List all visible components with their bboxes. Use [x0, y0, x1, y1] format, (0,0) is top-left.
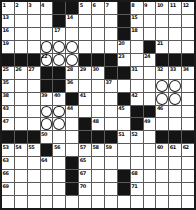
clue-number: 36 [67, 79, 73, 85]
cell-r7c3[interactable] [28, 80, 40, 92]
cell-r10c12[interactable]: 49 [144, 118, 156, 130]
cell-r2c7[interactable] [79, 15, 91, 27]
clue-number: 41 [80, 92, 86, 98]
cell-r4c7[interactable] [79, 41, 91, 53]
cell-r9c8[interactable] [92, 106, 104, 118]
cell-r14c12[interactable] [144, 170, 156, 182]
block-cell-r11c13 [156, 131, 168, 143]
cell-r10c10[interactable] [118, 118, 130, 130]
cell-r16c5[interactable] [53, 196, 65, 208]
cell-r2c12[interactable] [144, 15, 156, 27]
clue-number: 54 [15, 144, 21, 150]
cell-r8c7[interactable]: 41 [79, 93, 91, 105]
clue-number: 58 [93, 144, 99, 150]
cell-r3c15[interactable] [182, 28, 194, 40]
block-cell-r2c5 [53, 15, 65, 27]
block-cell-r10c7 [79, 118, 91, 130]
clue-number: 16 [3, 27, 9, 33]
clue-number: 20 [118, 40, 124, 46]
clue-number: 8 [131, 2, 134, 8]
cell-r15c3[interactable] [28, 183, 40, 195]
cell-r15c12[interactable] [144, 183, 156, 195]
cell-r7c2[interactable] [15, 80, 27, 92]
cell-r5c5[interactable] [53, 54, 65, 66]
cell-r6c8[interactable]: 30 [92, 67, 104, 79]
circle-marker [169, 93, 181, 105]
cell-r8c15[interactable] [182, 93, 194, 105]
cell-r4c15[interactable] [182, 41, 194, 53]
cell-r10c8[interactable]: 48 [92, 118, 104, 130]
clue-number: 32 [157, 66, 163, 72]
block-cell-r5c1 [2, 54, 14, 66]
cell-r2c13[interactable] [156, 15, 168, 27]
cell-r11c4[interactable]: 50 [41, 131, 53, 143]
clue-number: 70 [80, 183, 86, 189]
cell-r8c8[interactable] [92, 93, 104, 105]
cell-r15c13[interactable] [156, 183, 168, 195]
cell-r15c2[interactable] [15, 183, 27, 195]
clue-number: 46 [157, 105, 163, 111]
block-cell-r2c10 [118, 15, 130, 27]
cell-r14c2[interactable] [15, 170, 27, 182]
cell-r6c6[interactable]: 28 [66, 67, 78, 79]
block-cell-r6c10 [118, 67, 130, 79]
cell-r4c6[interactable] [66, 41, 78, 53]
cell-r3c14[interactable] [169, 28, 181, 40]
crossword-puzzle: 1234567891011121314151617181920212223242… [0, 0, 196, 210]
cell-r7c8[interactable] [92, 80, 104, 92]
cell-r16c7[interactable] [79, 196, 91, 208]
cell-r9c1[interactable]: 43 [2, 106, 14, 118]
cell-r14c14[interactable] [169, 170, 181, 182]
clue-number: 2 [15, 2, 18, 8]
cell-r7c1[interactable]: 35 [2, 80, 14, 92]
block-cell-r9c11 [131, 106, 143, 118]
cell-r10c3[interactable] [28, 118, 40, 130]
cell-r14c13[interactable] [156, 170, 168, 182]
cell-r12c11[interactable] [131, 144, 143, 156]
cell-r12c2[interactable]: 54 [15, 144, 27, 156]
clue-number: 25 [3, 66, 9, 72]
cell-r2c11[interactable]: 15 [131, 15, 143, 27]
cell-r10c9[interactable] [105, 118, 117, 130]
cell-r11c5[interactable] [53, 131, 65, 143]
block-cell-r5c13 [156, 54, 168, 66]
cell-r11c12[interactable] [144, 131, 156, 143]
cell-r7c12[interactable] [144, 80, 156, 92]
cell-r1c11[interactable]: 8 [131, 2, 143, 14]
clue-number: 43 [3, 105, 9, 111]
cell-r1c15[interactable]: 12 [182, 2, 194, 14]
block-cell-r6c9 [105, 67, 117, 79]
cell-r1c9[interactable]: 7 [105, 2, 117, 14]
cell-r2c6[interactable]: 14 [66, 15, 78, 27]
cell-r5c12[interactable]: 24 [144, 54, 156, 66]
cell-r6c7[interactable]: 29 [79, 67, 91, 79]
block-cell-r15c6 [66, 183, 78, 195]
cell-r12c12[interactable] [144, 144, 156, 156]
circle-marker [53, 118, 65, 130]
cell-r9c6[interactable]: 44 [66, 106, 78, 118]
clue-number: 35 [3, 79, 9, 85]
block-cell-r6c4 [41, 67, 53, 79]
clue-number: 59 [105, 144, 111, 150]
cell-r16c14[interactable] [169, 196, 181, 208]
cell-r13c1[interactable]: 63 [2, 157, 14, 169]
block-cell-r5c7 [79, 54, 91, 66]
cell-r16c1[interactable] [2, 196, 14, 208]
cell-r16c6[interactable] [66, 196, 78, 208]
clue-number: 63 [3, 157, 9, 163]
block-cell-r14c10 [118, 170, 130, 182]
cell-r8c9[interactable] [105, 93, 117, 105]
crossword-grid: 1234567891011121314151617181920212223242… [0, 0, 196, 210]
clue-number: 34 [183, 66, 189, 72]
circle-marker [41, 106, 53, 118]
block-cell-r11c14 [169, 131, 181, 143]
cell-r14c4[interactable] [41, 170, 53, 182]
block-cell-r5c14 [169, 54, 181, 66]
cell-r1c1[interactable]: 1 [2, 2, 14, 14]
cell-r6c15[interactable]: 34 [182, 67, 194, 79]
clue-number: 29 [80, 66, 86, 72]
cell-r9c14[interactable] [169, 106, 181, 118]
clue-number: 5 [80, 2, 83, 8]
cell-r3c11[interactable]: 18 [131, 28, 143, 40]
cell-r8c3[interactable] [28, 93, 40, 105]
cell-r4c2[interactable] [15, 41, 27, 53]
cell-r11c10[interactable]: 51 [118, 131, 130, 143]
clue-number: 64 [41, 157, 47, 163]
cell-r2c2[interactable] [15, 15, 27, 27]
cell-r1c13[interactable]: 10 [156, 2, 168, 14]
cell-r3c5[interactable]: 17 [53, 28, 65, 40]
cell-r11c6[interactable] [66, 131, 78, 143]
block-cell-r8c10 [118, 93, 130, 105]
clue-number: 39 [41, 92, 47, 98]
clue-number: 24 [144, 53, 150, 59]
cell-r4c1[interactable]: 19 [2, 41, 14, 53]
cell-r3c6[interactable] [66, 28, 78, 40]
cell-r14c11[interactable]: 68 [131, 170, 143, 182]
cell-r12c1[interactable]: 53 [2, 144, 14, 156]
cell-r10c5[interactable] [53, 118, 65, 130]
circle-marker [41, 41, 53, 53]
cell-r14c3[interactable] [28, 170, 40, 182]
cell-r16c3[interactable] [28, 196, 40, 208]
clue-number: 19 [3, 40, 9, 46]
clue-number: 42 [131, 92, 137, 98]
block-cell-r11c9 [105, 131, 117, 143]
cell-r3c2[interactable] [15, 28, 27, 40]
cell-r2c9[interactable] [105, 15, 117, 27]
cell-r16c15[interactable] [182, 196, 194, 208]
cell-r4c10[interactable]: 20 [118, 41, 130, 53]
cell-r1c3[interactable]: 3 [28, 2, 40, 14]
cell-r7c14[interactable] [169, 80, 181, 92]
cell-r4c13[interactable]: 21 [156, 41, 168, 53]
clue-number: 27 [28, 66, 34, 72]
clue-number: 11 [170, 2, 176, 8]
cell-r8c14[interactable] [169, 93, 181, 105]
cell-r4c5[interactable] [53, 41, 65, 53]
cell-r13c14[interactable] [169, 157, 181, 169]
cell-r15c8[interactable] [92, 183, 104, 195]
block-cell-r5c9 [105, 54, 117, 66]
clue-number: 37 [105, 79, 111, 85]
cell-r16c12[interactable] [144, 196, 156, 208]
cell-r14c7[interactable]: 67 [79, 170, 91, 182]
block-cell-r11c8 [92, 131, 104, 143]
cell-r16c13[interactable] [156, 196, 168, 208]
cell-r13c4[interactable]: 64 [41, 157, 53, 169]
cell-r1c7[interactable]: 5 [79, 2, 91, 14]
cell-r13c7[interactable]: 65 [79, 157, 91, 169]
block-cell-r5c8 [92, 54, 104, 66]
clue-number: 6 [93, 2, 96, 8]
cell-r3c4[interactable] [41, 28, 53, 40]
cell-r8c1[interactable]: 38 [2, 93, 14, 105]
block-cell-r7c4 [41, 80, 53, 92]
cell-r9c15[interactable] [182, 106, 194, 118]
cell-r16c4[interactable] [41, 196, 53, 208]
cell-r10c4[interactable] [41, 118, 53, 130]
cell-r4c3[interactable] [28, 41, 40, 53]
clue-number: 66 [3, 170, 9, 176]
clue-number: 7 [105, 2, 108, 8]
cell-r8c12[interactable] [144, 93, 156, 105]
cell-r3c7[interactable] [79, 28, 91, 40]
cell-r3c8[interactable] [92, 28, 104, 40]
cell-r15c11[interactable]: 71 [131, 183, 143, 195]
cell-r10c14[interactable] [169, 118, 181, 130]
cell-r2c14[interactable] [169, 15, 181, 27]
cell-r15c14[interactable] [169, 183, 181, 195]
cell-r6c13[interactable]: 32 [156, 67, 168, 79]
cell-r10c6[interactable] [66, 118, 78, 130]
clue-number: 40 [54, 92, 60, 98]
cell-r15c7[interactable]: 70 [79, 183, 91, 195]
clue-number: 51 [118, 131, 124, 137]
cell-r13c3[interactable] [28, 157, 40, 169]
cell-r6c1[interactable]: 25 [2, 67, 14, 79]
cell-r13c5[interactable] [53, 157, 65, 169]
clue-number: 50 [41, 131, 47, 137]
cell-r4c14[interactable] [169, 41, 181, 53]
cell-r15c1[interactable]: 69 [2, 183, 14, 195]
circle-marker [169, 80, 181, 92]
cell-r7c13[interactable] [156, 80, 168, 92]
cell-r9c13[interactable]: 46 [156, 106, 168, 118]
block-cell-r5c2 [15, 54, 27, 66]
clue-number: 17 [54, 27, 60, 33]
cell-r7c7[interactable] [79, 80, 91, 92]
cell-r7c15[interactable] [182, 80, 194, 92]
cell-r12c8[interactable]: 58 [92, 144, 104, 156]
clue-number: 44 [67, 105, 73, 111]
block-cell-r10c11 [131, 118, 143, 130]
cell-r13c10[interactable] [118, 157, 130, 169]
cell-r2c4[interactable] [41, 15, 53, 27]
cell-r9c7[interactable] [79, 106, 91, 118]
cell-r12c13[interactable]: 60 [156, 144, 168, 156]
cell-r15c5[interactable] [53, 183, 65, 195]
circle-marker [53, 106, 65, 118]
block-cell-r1c6 [66, 2, 78, 14]
cell-r7c10[interactable] [118, 80, 130, 92]
clue-number: 14 [67, 14, 73, 20]
clue-number: 62 [183, 144, 189, 150]
clue-number: 45 [118, 105, 124, 111]
cell-r4c11[interactable] [131, 41, 143, 53]
clue-number: 4 [41, 2, 44, 8]
cell-r1c8[interactable]: 6 [92, 2, 104, 14]
cell-r7c11[interactable] [131, 80, 143, 92]
cell-r14c1[interactable]: 66 [2, 170, 14, 182]
cell-r14c9[interactable] [105, 170, 117, 182]
circle-marker [156, 80, 168, 92]
cell-r12c9[interactable]: 59 [105, 144, 117, 156]
cell-r15c4[interactable] [41, 183, 53, 195]
block-cell-r8c6 [66, 93, 78, 105]
cell-r7c6[interactable]: 36 [66, 80, 78, 92]
cell-r6c2[interactable]: 26 [15, 67, 27, 79]
cell-r6c14[interactable]: 33 [169, 67, 181, 79]
cell-r8c2[interactable] [15, 93, 27, 105]
clue-number: 61 [170, 144, 176, 150]
cell-r7c9[interactable]: 37 [105, 80, 117, 92]
clue-number: 30 [93, 66, 99, 72]
cell-r10c2[interactable] [15, 118, 27, 130]
clue-number: 23 [118, 53, 124, 59]
cell-r15c15[interactable] [182, 183, 194, 195]
cell-r9c4[interactable] [41, 106, 53, 118]
cell-r14c15[interactable] [182, 170, 194, 182]
cell-r1c4[interactable]: 4 [41, 2, 53, 14]
clue-number: 28 [67, 66, 73, 72]
cell-r13c8[interactable] [92, 157, 104, 169]
block-cell-r1c10 [118, 2, 130, 14]
cell-r9c9[interactable] [105, 106, 117, 118]
cell-r8c11[interactable]: 42 [131, 93, 143, 105]
cell-r5c6[interactable] [66, 54, 78, 66]
clue-number: 12 [183, 2, 189, 8]
block-cell-r14c6 [66, 170, 78, 182]
cell-r13c15[interactable] [182, 157, 194, 169]
circle-marker [66, 54, 78, 66]
block-cell-r15c10 [118, 183, 130, 195]
cell-r3c3[interactable] [28, 28, 40, 40]
cell-r10c15[interactable] [182, 118, 194, 130]
block-cell-r11c15 [182, 131, 194, 143]
cell-r2c3[interactable] [28, 15, 40, 27]
cell-r13c13[interactable] [156, 157, 168, 169]
cell-r9c5[interactable] [53, 106, 65, 118]
cell-r5c4[interactable]: 22 [41, 54, 53, 66]
cell-r2c8[interactable] [92, 15, 104, 27]
cell-r8c5[interactable]: 40 [53, 93, 65, 105]
clue-number: 56 [54, 144, 60, 150]
cell-r6c11[interactable]: 31 [131, 67, 143, 79]
cell-r4c4[interactable] [41, 41, 53, 53]
cell-r1c14[interactable]: 11 [169, 2, 181, 14]
block-cell-r7c5 [53, 80, 65, 92]
block-cell-r3c10 [118, 28, 130, 40]
cell-r1c12[interactable]: 9 [144, 2, 156, 14]
cell-r3c1[interactable]: 16 [2, 28, 14, 40]
clue-number: 68 [131, 170, 137, 176]
cell-r11c11[interactable]: 52 [131, 131, 143, 143]
cell-r6c12[interactable] [144, 67, 156, 79]
cell-r12c15[interactable]: 62 [182, 144, 194, 156]
cell-r1c2[interactable]: 2 [15, 2, 27, 14]
block-cell-r11c3 [28, 131, 40, 143]
cell-r12c10[interactable] [118, 144, 130, 156]
cell-r10c1[interactable]: 47 [2, 118, 14, 130]
cell-r13c9[interactable] [105, 157, 117, 169]
cell-r12c3[interactable]: 55 [28, 144, 40, 156]
block-cell-r11c2 [15, 131, 27, 143]
cell-r15c9[interactable] [105, 183, 117, 195]
cell-r3c9[interactable] [105, 28, 117, 40]
cell-r4c9[interactable] [105, 41, 117, 53]
cell-r6c3[interactable]: 27 [28, 67, 40, 79]
cell-r14c5[interactable] [53, 170, 65, 182]
cell-r16c10[interactable] [118, 196, 130, 208]
cell-r16c9[interactable] [105, 196, 117, 208]
cell-r5c11[interactable] [131, 54, 143, 66]
cell-r3c12[interactable] [144, 28, 156, 40]
cell-r4c8[interactable] [92, 41, 104, 53]
cell-r12c7[interactable]: 57 [79, 144, 91, 156]
cell-r16c11[interactable] [131, 196, 143, 208]
cell-r2c1[interactable]: 13 [2, 15, 14, 27]
cell-r13c12[interactable] [144, 157, 156, 169]
cell-r12c6[interactable] [66, 144, 78, 156]
cell-r12c5[interactable]: 56 [53, 144, 65, 156]
clue-number: 26 [15, 66, 21, 72]
cell-r10c13[interactable] [156, 118, 168, 130]
cell-r13c11[interactable] [131, 157, 143, 169]
cell-r9c10[interactable]: 45 [118, 106, 130, 118]
clue-number: 21 [157, 40, 163, 46]
cell-r2c15[interactable] [182, 15, 194, 27]
cell-r8c13[interactable] [156, 93, 168, 105]
cell-r8c4[interactable]: 39 [41, 93, 53, 105]
clue-number: 18 [131, 27, 137, 33]
block-cell-r13c6 [66, 157, 78, 169]
cell-r13c2[interactable] [15, 157, 27, 169]
cell-r9c3[interactable] [28, 106, 40, 118]
cell-r14c8[interactable] [92, 170, 104, 182]
cell-r16c2[interactable] [15, 196, 27, 208]
cell-r16c8[interactable] [92, 196, 104, 208]
clue-number: 31 [131, 66, 137, 72]
clue-number: 15 [131, 14, 137, 20]
clue-number: 13 [3, 14, 9, 20]
cell-r12c14[interactable]: 61 [169, 144, 181, 156]
circle-marker [53, 54, 65, 66]
block-cell-r11c1 [2, 131, 14, 143]
block-cell-r4c12 [144, 41, 156, 53]
cell-r5c10[interactable]: 23 [118, 54, 130, 66]
cell-r3c13[interactable] [156, 28, 168, 40]
clue-number: 3 [28, 2, 31, 8]
block-cell-r11c7 [79, 131, 91, 143]
cell-r9c2[interactable] [15, 106, 27, 118]
clue-number: 1 [3, 2, 6, 8]
clue-number: 60 [157, 144, 163, 150]
